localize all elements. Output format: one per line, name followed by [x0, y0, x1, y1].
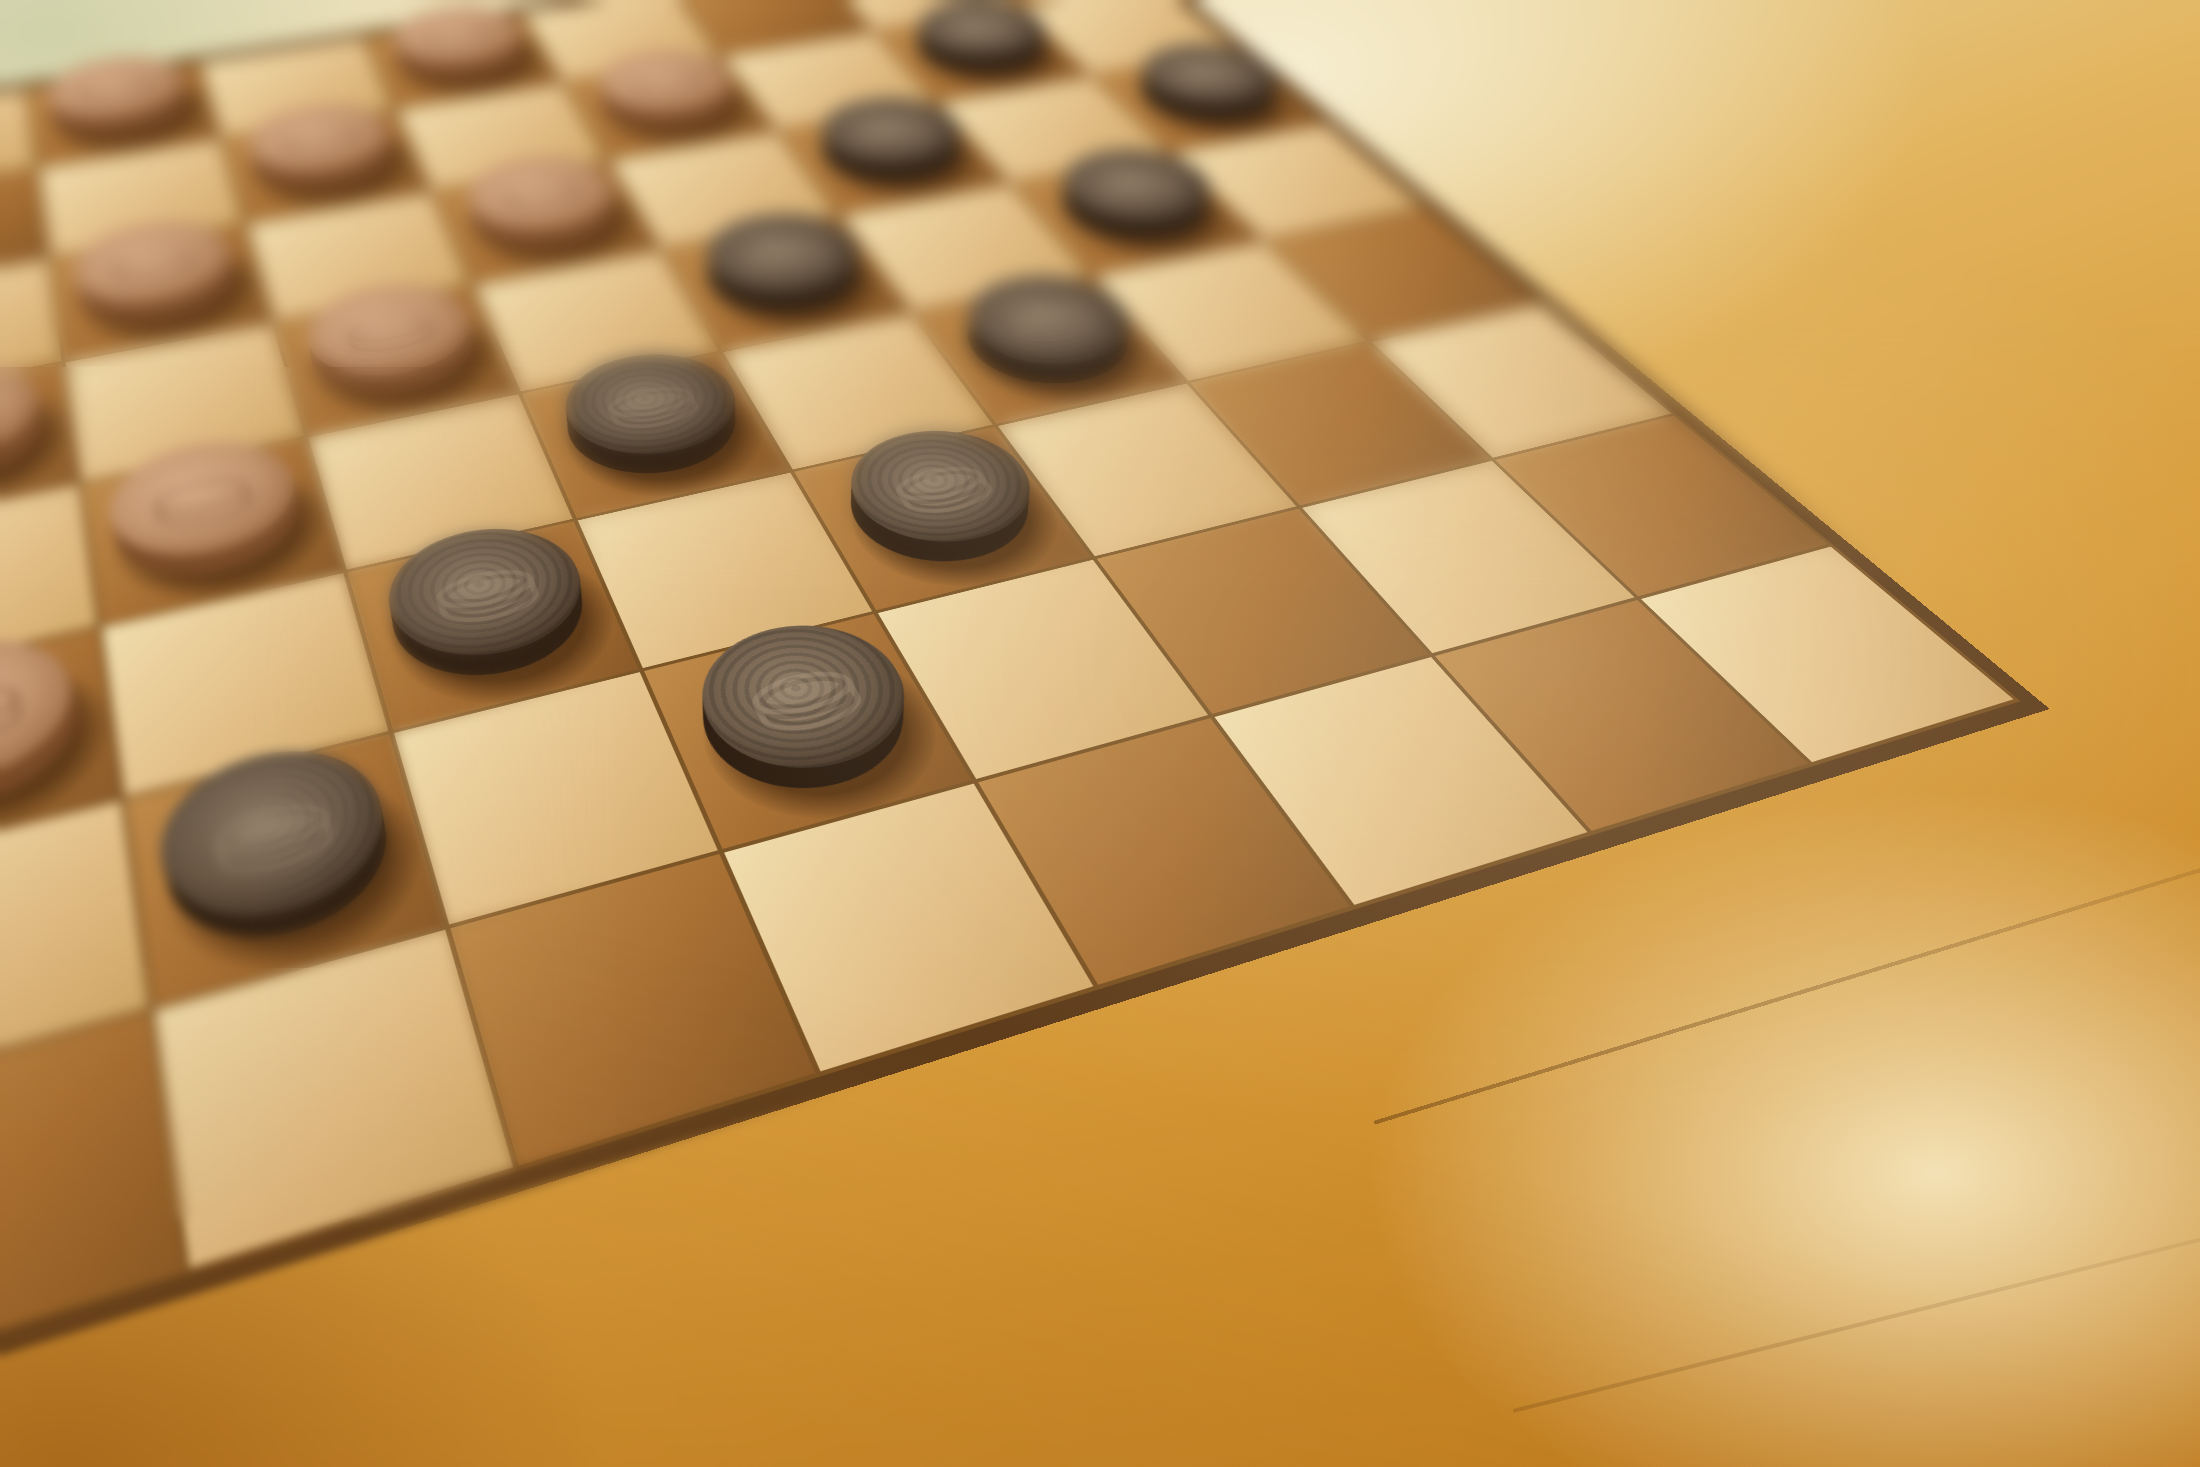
dark-piece[interactable]: ⛂ [802, 114, 980, 200]
light-piece[interactable]: ⛀ [0, 652, 88, 838]
light-piece[interactable]: ⛀ [457, 173, 633, 268]
dark-piece[interactable]: ⛂ [942, 291, 1153, 406]
light-piece[interactable]: ⛀ [244, 122, 405, 209]
light-piece[interactable]: ⛀ [48, 74, 196, 154]
square-a1[interactable] [0, 1012, 184, 1381]
dark-piece[interactable]: ⛂ [550, 369, 758, 498]
dark-piece-top: ⛂ [677, 607, 936, 789]
board-grid: ⛀⛀⛂⛀⛀⛂⛀⛀⛂⛂⛀⛀⛂⛂⛀⛂⛂⛀⛂⛂⛂⛂ [0, 0, 2050, 1421]
dark-piece[interactable]: ⛂ [688, 230, 880, 334]
table-surface: ⛀⛀⛂⛀⛀⛂⛀⛀⛂⛂⛀⛀⛂⛂⛀⛂⛂⛀⛂⛂⛂⛂ [0, 0, 2200, 1467]
dark-piece[interactable]: ⛂ [825, 445, 1056, 588]
dark-piece[interactable]: ⛂ [378, 542, 605, 704]
dark-piece[interactable]: ⛂ [159, 761, 407, 973]
square-d4[interactable]: ⛂ [522, 353, 789, 518]
square-b1[interactable] [154, 930, 513, 1268]
light-piece[interactable]: ⛀ [301, 301, 490, 417]
checkers-board: ⛀⛀⛂⛀⛀⛂⛀⛀⛂⛂⛀⛀⛂⛂⛀⛂⛂⛀⛂⛂⛂⛂ [0, 0, 2050, 1421]
table-plank-seam [1513, 1191, 2200, 1413]
light-piece[interactable]: ⛀ [75, 238, 246, 344]
dark-piece[interactable]: ⛂ [898, 18, 1064, 91]
dark-piece[interactable]: ⛂ [1038, 166, 1232, 260]
light-piece[interactable]: ⛀ [386, 24, 538, 98]
light-piece[interactable]: ⛀ [586, 67, 750, 147]
dark-piece[interactable]: ⛂ [678, 637, 933, 820]
light-piece[interactable]: ⛀ [110, 457, 313, 602]
